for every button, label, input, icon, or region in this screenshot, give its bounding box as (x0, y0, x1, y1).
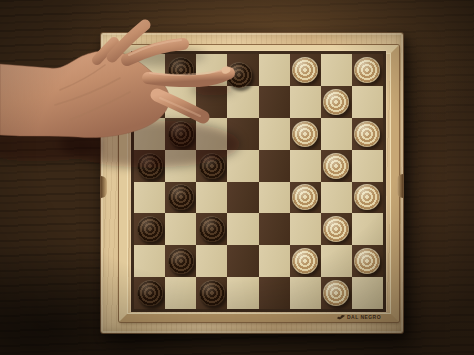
light-piece[interactable] (323, 153, 349, 179)
square-c7r2[interactable] (321, 86, 352, 118)
square-c7r3[interactable] (321, 118, 352, 150)
square-c4r4[interactable] (227, 150, 258, 182)
square-c8r3[interactable] (352, 118, 383, 150)
light-piece[interactable] (354, 57, 380, 83)
light-piece[interactable] (292, 121, 318, 147)
square-c2r8[interactable] (165, 277, 196, 309)
dark-piece[interactable] (168, 248, 194, 274)
dark-piece[interactable] (168, 184, 194, 210)
square-c4r8[interactable] (227, 277, 258, 309)
square-c8r5[interactable] (352, 182, 383, 214)
dark-piece[interactable] (137, 216, 163, 242)
photo-scene: DAL NEGRO (0, 0, 474, 355)
light-piece[interactable] (354, 248, 380, 274)
square-c4r2[interactable] (227, 86, 258, 118)
square-c8r2[interactable] (352, 86, 383, 118)
square-c7r5[interactable] (321, 182, 352, 214)
square-c7r7[interactable] (321, 245, 352, 277)
square-c4r3[interactable] (227, 118, 258, 150)
light-piece[interactable] (323, 89, 349, 115)
square-c6r6[interactable] (290, 213, 321, 245)
square-c6r3[interactable] (290, 118, 321, 150)
square-c2r2[interactable] (165, 86, 196, 118)
square-c1r3[interactable] (134, 118, 165, 150)
board-grid (134, 54, 383, 309)
square-c6r8[interactable] (290, 277, 321, 309)
square-c4r1[interactable] (227, 54, 258, 86)
checkers-board: DAL NEGRO (100, 32, 404, 334)
square-c1r8[interactable] (134, 277, 165, 309)
square-c7r8[interactable] (321, 277, 352, 309)
square-c2r5[interactable] (165, 182, 196, 214)
dark-piece[interactable] (199, 280, 225, 306)
square-c8r4[interactable] (352, 150, 383, 182)
square-c7r6[interactable] (321, 213, 352, 245)
dark-piece[interactable] (199, 216, 225, 242)
square-c8r6[interactable] (352, 213, 383, 245)
square-c3r8[interactable] (196, 277, 227, 309)
light-piece[interactable] (354, 184, 380, 210)
square-c4r5[interactable] (227, 182, 258, 214)
square-c5r8[interactable] (259, 277, 290, 309)
square-c2r7[interactable] (165, 245, 196, 277)
light-piece[interactable] (292, 57, 318, 83)
light-piece[interactable] (292, 248, 318, 274)
light-piece[interactable] (292, 184, 318, 210)
square-c1r6[interactable] (134, 213, 165, 245)
square-c5r4[interactable] (259, 150, 290, 182)
square-c6r7[interactable] (290, 245, 321, 277)
square-c2r3[interactable] (165, 118, 196, 150)
square-c5r3[interactable] (259, 118, 290, 150)
light-piece[interactable] (354, 121, 380, 147)
square-c1r4[interactable] (134, 150, 165, 182)
frame-notch-left (101, 176, 107, 198)
square-c2r6[interactable] (165, 213, 196, 245)
square-c3r5[interactable] (196, 182, 227, 214)
square-c5r1[interactable] (259, 54, 290, 86)
square-c3r3[interactable] (196, 118, 227, 150)
dark-piece-touched[interactable] (226, 62, 252, 88)
square-c3r7[interactable] (196, 245, 227, 277)
light-piece[interactable] (323, 216, 349, 242)
square-c6r1[interactable] (290, 54, 321, 86)
frame-notch-right (397, 174, 403, 198)
square-c3r2[interactable] (196, 86, 227, 118)
dark-piece[interactable] (199, 153, 225, 179)
square-c1r7[interactable] (134, 245, 165, 277)
dark-piece[interactable] (168, 121, 194, 147)
square-c5r5[interactable] (259, 182, 290, 214)
square-c7r1[interactable] (321, 54, 352, 86)
square-c1r1[interactable] (134, 54, 165, 86)
light-piece[interactable] (323, 280, 349, 306)
square-c6r4[interactable] (290, 150, 321, 182)
square-c2r1[interactable] (165, 54, 196, 86)
square-c6r2[interactable] (290, 86, 321, 118)
dark-piece[interactable] (168, 57, 194, 83)
square-c5r6[interactable] (259, 213, 290, 245)
square-c5r7[interactable] (259, 245, 290, 277)
square-c6r5[interactable] (290, 182, 321, 214)
square-c3r4[interactable] (196, 150, 227, 182)
square-c1r2[interactable] (134, 86, 165, 118)
square-c4r7[interactable] (227, 245, 258, 277)
square-c2r4[interactable] (165, 150, 196, 182)
dark-piece[interactable] (137, 153, 163, 179)
square-c3r1[interactable] (196, 54, 227, 86)
square-c7r4[interactable] (321, 150, 352, 182)
dark-piece[interactable] (137, 89, 163, 115)
square-c8r7[interactable] (352, 245, 383, 277)
square-c8r1[interactable] (352, 54, 383, 86)
dark-piece[interactable] (137, 280, 163, 306)
brand-label: DAL NEGRO (337, 312, 381, 321)
square-c1r5[interactable] (134, 182, 165, 214)
square-c4r6[interactable] (227, 213, 258, 245)
bird-logo-icon (337, 314, 345, 320)
playing-surface (131, 51, 386, 312)
brand-text: DAL NEGRO (347, 314, 381, 320)
square-c5r2[interactable] (259, 86, 290, 118)
square-c3r6[interactable] (196, 213, 227, 245)
square-c8r8[interactable] (352, 277, 383, 309)
